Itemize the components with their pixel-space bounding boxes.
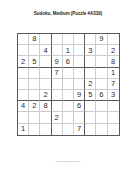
cell-r3c7-empty[interactable] xyxy=(85,56,96,67)
board-row-7: 4286 xyxy=(18,101,119,112)
board-row-4: 71 xyxy=(18,68,119,79)
cell-r2c1-empty[interactable] xyxy=(18,45,29,56)
cell-r8c1-empty[interactable] xyxy=(18,112,29,123)
cell-r5c9-given[interactable]: 7 xyxy=(108,79,119,90)
cell-r2c5-given[interactable]: 1 xyxy=(63,45,74,56)
cell-r6c6-given[interactable]: 9 xyxy=(74,90,85,101)
cell-r8c2-empty[interactable] xyxy=(29,112,40,123)
cell-r3c4-given[interactable]: 9 xyxy=(52,56,63,67)
cell-r7c7-empty[interactable] xyxy=(85,101,96,112)
cell-r3c5-given[interactable]: 6 xyxy=(63,56,74,67)
board-row-8: 2 xyxy=(18,112,119,123)
page-title: Sudoku, Medium (Puzzle #A339) xyxy=(30,11,106,16)
cell-r5c5-empty[interactable] xyxy=(63,79,74,90)
cell-r7c5-empty[interactable] xyxy=(63,101,74,112)
cell-r6c2-empty[interactable] xyxy=(29,90,40,101)
cell-r2c9-given[interactable]: 2 xyxy=(108,45,119,56)
cell-r1c5-empty[interactable] xyxy=(63,34,74,45)
cell-r6c8-given[interactable]: 6 xyxy=(96,90,107,101)
cell-r3c6-empty[interactable] xyxy=(74,56,85,67)
cell-r2c2-empty[interactable] xyxy=(29,45,40,56)
cell-r6c1-empty[interactable] xyxy=(18,90,29,101)
cell-r1c7-empty[interactable] xyxy=(85,34,96,45)
board-row-6: 29563 xyxy=(18,90,119,101)
cell-r9c7-empty[interactable] xyxy=(85,124,96,135)
cell-r4c7-empty[interactable] xyxy=(85,68,96,79)
cell-r1c6-empty[interactable] xyxy=(74,34,85,45)
cell-r4c2-empty[interactable] xyxy=(29,68,40,79)
cell-r4c3-empty[interactable] xyxy=(40,68,51,79)
cell-r6c7-given[interactable]: 5 xyxy=(85,90,96,101)
cell-r4c8-empty[interactable] xyxy=(96,68,107,79)
cell-r7c8-empty[interactable] xyxy=(96,101,107,112)
cell-r9c8-empty[interactable] xyxy=(96,124,107,135)
sudoku-page: Sudoku, Medium (Puzzle #A339) 8941322596… xyxy=(0,0,136,176)
cell-r4c9-given[interactable]: 1 xyxy=(108,68,119,79)
cell-r2c3-given[interactable]: 4 xyxy=(40,45,51,56)
cell-r2c7-given[interactable]: 3 xyxy=(85,45,96,56)
sudoku-board: 894132259687127295634286217 xyxy=(17,33,120,136)
cell-r9c2-empty[interactable] xyxy=(29,124,40,135)
cell-r3c2-given[interactable]: 5 xyxy=(29,56,40,67)
cell-r4c5-empty[interactable] xyxy=(63,68,74,79)
cell-r8c6-empty[interactable] xyxy=(74,112,85,123)
cell-r9c6-given[interactable]: 7 xyxy=(74,124,85,135)
cell-r7c1-given[interactable]: 4 xyxy=(18,101,29,112)
cell-r5c7-given[interactable]: 2 xyxy=(85,79,96,90)
cell-r7c4-empty[interactable] xyxy=(52,101,63,112)
cell-r2c4-empty[interactable] xyxy=(52,45,63,56)
board-row-9: 17 xyxy=(18,124,119,135)
cell-r7c3-given[interactable]: 8 xyxy=(40,101,51,112)
cell-r2c8-empty[interactable] xyxy=(96,45,107,56)
cell-r3c1-given[interactable]: 2 xyxy=(18,56,29,67)
cell-r2c6-empty[interactable] xyxy=(74,45,85,56)
cell-r5c6-empty[interactable] xyxy=(74,79,85,90)
board-row-1: 89 xyxy=(18,34,119,45)
cell-r9c9-empty[interactable] xyxy=(108,124,119,135)
board-row-3: 25968 xyxy=(18,56,119,67)
cell-r1c1-empty[interactable] xyxy=(18,34,29,45)
cell-r3c8-empty[interactable] xyxy=(96,56,107,67)
cell-r1c9-empty[interactable] xyxy=(108,34,119,45)
cell-r1c3-empty[interactable] xyxy=(40,34,51,45)
cell-r1c2-given[interactable]: 8 xyxy=(29,34,40,45)
cell-r8c4-given[interactable]: 2 xyxy=(52,112,63,123)
cell-r4c1-empty[interactable] xyxy=(18,68,29,79)
cell-r5c2-empty[interactable] xyxy=(29,79,40,90)
cell-r4c6-empty[interactable] xyxy=(74,68,85,79)
cell-r6c4-empty[interactable] xyxy=(52,90,63,101)
board-row-2: 4132 xyxy=(18,45,119,56)
cell-r3c3-empty[interactable] xyxy=(40,56,51,67)
cell-r6c9-given[interactable]: 3 xyxy=(108,90,119,101)
cell-r9c5-empty[interactable] xyxy=(63,124,74,135)
cell-r1c4-empty[interactable] xyxy=(52,34,63,45)
cell-r9c1-given[interactable]: 1 xyxy=(18,124,29,135)
cell-r3c9-given[interactable]: 8 xyxy=(108,56,119,67)
cell-r8c7-empty[interactable] xyxy=(85,112,96,123)
footer-url: www.PrintSudoku.com xyxy=(39,160,96,163)
cell-r8c3-empty[interactable] xyxy=(40,112,51,123)
cell-r8c9-empty[interactable] xyxy=(108,112,119,123)
cell-r4c4-given[interactable]: 7 xyxy=(52,68,63,79)
cell-r7c6-given[interactable]: 6 xyxy=(74,101,85,112)
cell-r6c3-given[interactable]: 2 xyxy=(40,90,51,101)
cell-r8c5-empty[interactable] xyxy=(63,112,74,123)
cell-r5c4-empty[interactable] xyxy=(52,79,63,90)
cell-r5c3-empty[interactable] xyxy=(40,79,51,90)
cell-r6c5-empty[interactable] xyxy=(63,90,74,101)
cell-r7c9-empty[interactable] xyxy=(108,101,119,112)
cell-r9c3-empty[interactable] xyxy=(40,124,51,135)
cell-r8c8-empty[interactable] xyxy=(96,112,107,123)
cell-r7c2-given[interactable]: 2 xyxy=(29,101,40,112)
board-row-5: 27 xyxy=(18,79,119,90)
cell-r9c4-empty[interactable] xyxy=(52,124,63,135)
cell-r1c8-given[interactable]: 9 xyxy=(96,34,107,45)
cell-r5c8-empty[interactable] xyxy=(96,79,107,90)
cell-r5c1-empty[interactable] xyxy=(18,79,29,90)
